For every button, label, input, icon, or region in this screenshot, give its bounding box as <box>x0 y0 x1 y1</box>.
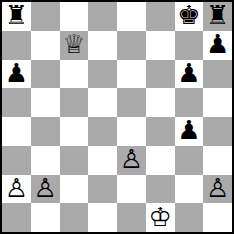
square-c6[interactable] <box>60 60 89 89</box>
square-g5[interactable] <box>175 88 204 117</box>
square-a2[interactable]: ♙ <box>2 175 31 204</box>
square-h8[interactable]: ♜ <box>203 2 232 31</box>
square-e4[interactable] <box>117 117 146 146</box>
piece-white-pawn[interactable]: ♙ <box>5 175 28 201</box>
piece-black-pawn[interactable]: ♟ <box>177 60 200 86</box>
square-d7[interactable] <box>88 31 117 60</box>
square-h1[interactable] <box>203 203 232 232</box>
square-f7[interactable] <box>146 31 175 60</box>
square-c8[interactable] <box>60 2 89 31</box>
square-e6[interactable] <box>117 60 146 89</box>
piece-black-pawn[interactable]: ♟ <box>177 117 200 143</box>
square-e7[interactable] <box>117 31 146 60</box>
square-h3[interactable] <box>203 146 232 175</box>
square-b5[interactable] <box>31 88 60 117</box>
square-b3[interactable] <box>31 146 60 175</box>
square-e1[interactable] <box>117 203 146 232</box>
square-c3[interactable] <box>60 146 89 175</box>
square-b6[interactable] <box>31 60 60 89</box>
piece-white-pawn[interactable]: ♙ <box>33 175 56 201</box>
square-f3[interactable] <box>146 146 175 175</box>
square-g2[interactable] <box>175 175 204 204</box>
square-a6[interactable]: ♟ <box>2 60 31 89</box>
square-d3[interactable] <box>88 146 117 175</box>
piece-white-pawn[interactable]: ♙ <box>206 175 229 201</box>
square-a7[interactable] <box>2 31 31 60</box>
square-g4[interactable]: ♟ <box>175 117 204 146</box>
square-b7[interactable] <box>31 31 60 60</box>
piece-white-pawn[interactable]: ♙ <box>120 146 143 172</box>
square-f4[interactable] <box>146 117 175 146</box>
square-a1[interactable] <box>2 203 31 232</box>
square-e8[interactable] <box>117 2 146 31</box>
square-c5[interactable] <box>60 88 89 117</box>
square-d4[interactable] <box>88 117 117 146</box>
square-h4[interactable] <box>203 117 232 146</box>
square-h2[interactable]: ♙ <box>203 175 232 204</box>
square-f2[interactable] <box>146 175 175 204</box>
piece-black-rook[interactable]: ♜ <box>5 2 28 28</box>
square-f8[interactable] <box>146 2 175 31</box>
piece-white-king[interactable]: ♔ <box>148 204 171 230</box>
square-c7[interactable]: ♕ <box>60 31 89 60</box>
square-h7[interactable]: ♟ <box>203 31 232 60</box>
square-g6[interactable]: ♟ <box>175 60 204 89</box>
square-a4[interactable] <box>2 117 31 146</box>
square-d5[interactable] <box>88 88 117 117</box>
piece-white-queen[interactable]: ♕ <box>62 31 85 57</box>
square-a5[interactable] <box>2 88 31 117</box>
square-e5[interactable] <box>117 88 146 117</box>
square-b8[interactable] <box>31 2 60 31</box>
square-b2[interactable]: ♙ <box>31 175 60 204</box>
square-a8[interactable]: ♜ <box>2 2 31 31</box>
square-c1[interactable] <box>60 203 89 232</box>
square-c4[interactable] <box>60 117 89 146</box>
square-h5[interactable] <box>203 88 232 117</box>
square-g1[interactable] <box>175 203 204 232</box>
square-c2[interactable] <box>60 175 89 204</box>
square-g8[interactable]: ♚ <box>175 2 204 31</box>
square-a3[interactable] <box>2 146 31 175</box>
chess-board: ♜♚♜♕♟♟♟♟♙♙♙♙♔ <box>0 0 234 234</box>
square-f1[interactable]: ♔ <box>146 203 175 232</box>
square-e3[interactable]: ♙ <box>117 146 146 175</box>
piece-black-pawn[interactable]: ♟ <box>206 31 229 57</box>
square-f5[interactable] <box>146 88 175 117</box>
piece-black-rook[interactable]: ♜ <box>206 2 229 28</box>
piece-black-pawn[interactable]: ♟ <box>5 60 28 86</box>
square-e2[interactable] <box>117 175 146 204</box>
square-d6[interactable] <box>88 60 117 89</box>
chess-diagram: ♜♚♜♕♟♟♟♟♙♙♙♙♔ <box>0 0 234 234</box>
square-g7[interactable] <box>175 31 204 60</box>
square-d8[interactable] <box>88 2 117 31</box>
square-f6[interactable] <box>146 60 175 89</box>
square-b1[interactable] <box>31 203 60 232</box>
square-g3[interactable] <box>175 146 204 175</box>
square-h6[interactable] <box>203 60 232 89</box>
square-b4[interactable] <box>31 117 60 146</box>
piece-black-king[interactable]: ♚ <box>177 2 200 28</box>
square-d2[interactable] <box>88 175 117 204</box>
square-d1[interactable] <box>88 203 117 232</box>
